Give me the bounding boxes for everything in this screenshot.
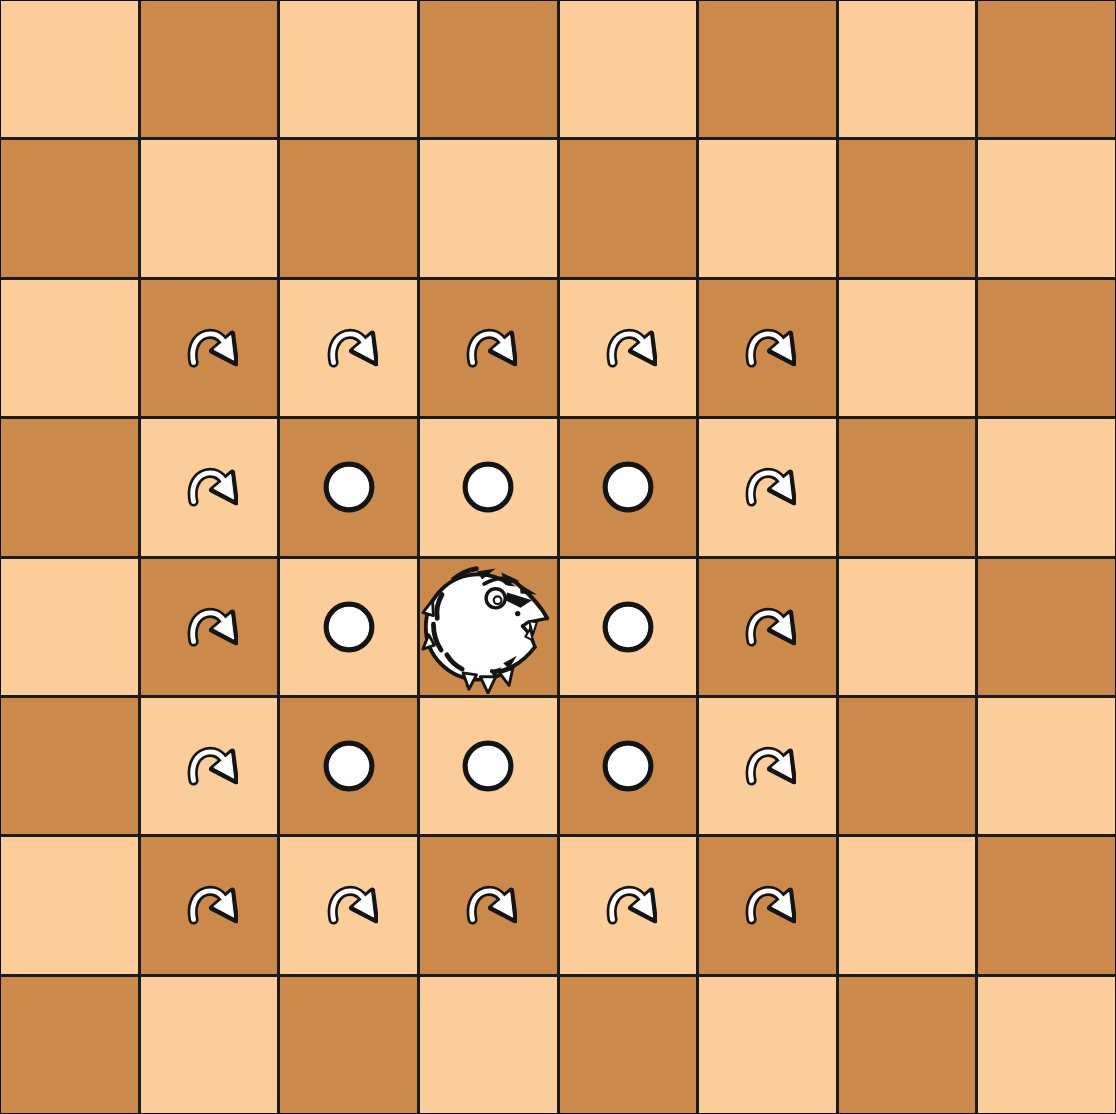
square-d4[interactable] [420, 559, 557, 695]
jump-arrow-icon [320, 319, 378, 377]
square-b6[interactable] [141, 280, 278, 416]
lion-piece[interactable] [421, 560, 555, 694]
square-g5[interactable] [839, 419, 976, 555]
square-d1[interactable] [420, 977, 557, 1113]
jump-arrow-icon [738, 737, 796, 795]
square-b7[interactable] [141, 140, 278, 276]
square-e5[interactable] [560, 419, 697, 555]
square-f1[interactable] [699, 977, 836, 1113]
square-g3[interactable] [839, 698, 976, 834]
square-c1[interactable] [280, 977, 417, 1113]
square-a3[interactable] [1, 698, 138, 834]
square-a1[interactable] [1, 977, 138, 1113]
jump-arrow-icon [738, 319, 796, 377]
square-h5[interactable] [978, 419, 1115, 555]
jump-arrow-icon [180, 737, 238, 795]
jump-arrow-icon [180, 876, 238, 934]
jump-arrow-icon [459, 319, 517, 377]
square-h1[interactable] [978, 977, 1115, 1113]
step-dot-icon [460, 738, 516, 794]
square-h3[interactable] [978, 698, 1115, 834]
square-f7[interactable] [699, 140, 836, 276]
step-dot-icon [321, 599, 377, 655]
step-dot-icon [600, 599, 656, 655]
square-a8[interactable] [1, 1, 138, 137]
step-dot-icon [460, 459, 516, 515]
square-a6[interactable] [1, 280, 138, 416]
square-f4[interactable] [699, 559, 836, 695]
square-f2[interactable] [699, 837, 836, 973]
square-g7[interactable] [839, 140, 976, 276]
square-d8[interactable] [420, 1, 557, 137]
square-f6[interactable] [699, 280, 836, 416]
jump-arrow-icon [599, 876, 657, 934]
square-h4[interactable] [978, 559, 1115, 695]
square-e7[interactable] [560, 140, 697, 276]
square-g2[interactable] [839, 837, 976, 973]
square-a4[interactable] [1, 559, 138, 695]
square-g8[interactable] [839, 1, 976, 137]
square-g6[interactable] [839, 280, 976, 416]
square-c8[interactable] [280, 1, 417, 137]
square-h6[interactable] [978, 280, 1115, 416]
jump-arrow-icon [180, 598, 238, 656]
square-d3[interactable] [420, 698, 557, 834]
square-h8[interactable] [978, 1, 1115, 137]
step-dot-icon [321, 459, 377, 515]
jump-arrow-icon [738, 598, 796, 656]
square-d2[interactable] [420, 837, 557, 973]
square-b5[interactable] [141, 419, 278, 555]
square-f5[interactable] [699, 419, 836, 555]
square-b8[interactable] [141, 1, 278, 137]
square-b3[interactable] [141, 698, 278, 834]
square-a5[interactable] [1, 419, 138, 555]
square-e1[interactable] [560, 977, 697, 1113]
jump-arrow-icon [459, 876, 517, 934]
square-f8[interactable] [699, 1, 836, 137]
square-e2[interactable] [560, 837, 697, 973]
step-dot-icon [600, 459, 656, 515]
square-c2[interactable] [280, 837, 417, 973]
square-a2[interactable] [1, 837, 138, 973]
square-c5[interactable] [280, 419, 417, 555]
square-e6[interactable] [560, 280, 697, 416]
square-d6[interactable] [420, 280, 557, 416]
jump-arrow-icon [320, 876, 378, 934]
square-a7[interactable] [1, 140, 138, 276]
square-e8[interactable] [560, 1, 697, 137]
square-d5[interactable] [420, 419, 557, 555]
step-dot-icon [600, 738, 656, 794]
jump-arrow-icon [599, 319, 657, 377]
board [0, 0, 1116, 1114]
square-c7[interactable] [280, 140, 417, 276]
square-e3[interactable] [560, 698, 697, 834]
square-c3[interactable] [280, 698, 417, 834]
square-c4[interactable] [280, 559, 417, 695]
square-g4[interactable] [839, 559, 976, 695]
jump-arrow-icon [738, 458, 796, 516]
square-b2[interactable] [141, 837, 278, 973]
square-e4[interactable] [560, 559, 697, 695]
jump-arrow-icon [180, 319, 238, 377]
square-f3[interactable] [699, 698, 836, 834]
square-g1[interactable] [839, 977, 976, 1113]
jump-arrow-icon [738, 876, 796, 934]
square-c6[interactable] [280, 280, 417, 416]
square-d7[interactable] [420, 140, 557, 276]
square-h7[interactable] [978, 140, 1115, 276]
step-dot-icon [321, 738, 377, 794]
jump-arrow-icon [180, 458, 238, 516]
square-b1[interactable] [141, 977, 278, 1113]
square-b4[interactable] [141, 559, 278, 695]
square-h2[interactable] [978, 837, 1115, 973]
